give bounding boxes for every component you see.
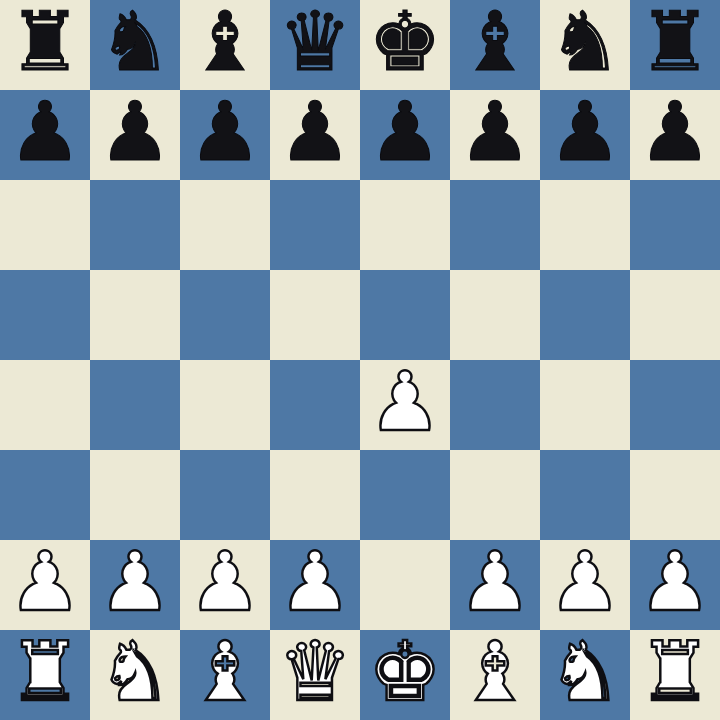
square-d2[interactable]: ♟ xyxy=(270,540,360,630)
square-c2[interactable]: ♟ xyxy=(180,540,270,630)
square-f8[interactable]: ♝ xyxy=(450,0,540,90)
square-f3[interactable] xyxy=(450,450,540,540)
square-d6[interactable] xyxy=(270,180,360,270)
white-bishop[interactable]: ♝ xyxy=(458,627,532,717)
square-b6[interactable] xyxy=(90,180,180,270)
white-bishop[interactable]: ♝ xyxy=(188,627,262,717)
black-pawn[interactable]: ♟ xyxy=(8,87,82,177)
black-pawn[interactable]: ♟ xyxy=(458,87,532,177)
square-b1[interactable]: ♞ xyxy=(90,630,180,720)
square-b5[interactable] xyxy=(90,270,180,360)
square-h6[interactable] xyxy=(630,180,720,270)
square-e7[interactable]: ♟ xyxy=(360,90,450,180)
square-e5[interactable] xyxy=(360,270,450,360)
square-f5[interactable] xyxy=(450,270,540,360)
black-pawn[interactable]: ♟ xyxy=(638,87,712,177)
black-pawn[interactable]: ♟ xyxy=(98,87,172,177)
chess-board: ♜♞♝♛♚♝♞♜♟♟♟♟♟♟♟♟♟♟♟♟♟♟♟♟♜♞♝♛♚♝♞♜ xyxy=(0,0,720,720)
white-queen[interactable]: ♛ xyxy=(278,627,352,717)
square-d3[interactable] xyxy=(270,450,360,540)
black-bishop[interactable]: ♝ xyxy=(458,0,532,87)
square-g1[interactable]: ♞ xyxy=(540,630,630,720)
square-f7[interactable]: ♟ xyxy=(450,90,540,180)
square-e2[interactable] xyxy=(360,540,450,630)
black-rook[interactable]: ♜ xyxy=(8,0,82,87)
square-c8[interactable]: ♝ xyxy=(180,0,270,90)
square-g5[interactable] xyxy=(540,270,630,360)
square-g3[interactable] xyxy=(540,450,630,540)
square-a3[interactable] xyxy=(0,450,90,540)
square-g4[interactable] xyxy=(540,360,630,450)
square-a7[interactable]: ♟ xyxy=(0,90,90,180)
white-pawn[interactable]: ♟ xyxy=(368,357,442,447)
square-c4[interactable] xyxy=(180,360,270,450)
square-c3[interactable] xyxy=(180,450,270,540)
square-e3[interactable] xyxy=(360,450,450,540)
square-h8[interactable]: ♜ xyxy=(630,0,720,90)
square-f1[interactable]: ♝ xyxy=(450,630,540,720)
square-b3[interactable] xyxy=(90,450,180,540)
square-a6[interactable] xyxy=(0,180,90,270)
square-f4[interactable] xyxy=(450,360,540,450)
white-pawn[interactable]: ♟ xyxy=(548,537,622,627)
white-rook[interactable]: ♜ xyxy=(638,627,712,717)
square-d4[interactable] xyxy=(270,360,360,450)
black-pawn[interactable]: ♟ xyxy=(278,87,352,177)
square-a1[interactable]: ♜ xyxy=(0,630,90,720)
square-f2[interactable]: ♟ xyxy=(450,540,540,630)
white-pawn[interactable]: ♟ xyxy=(188,537,262,627)
black-rook[interactable]: ♜ xyxy=(638,0,712,87)
square-h1[interactable]: ♜ xyxy=(630,630,720,720)
square-a5[interactable] xyxy=(0,270,90,360)
square-c6[interactable] xyxy=(180,180,270,270)
white-rook[interactable]: ♜ xyxy=(8,627,82,717)
white-king[interactable]: ♚ xyxy=(368,627,442,717)
square-e8[interactable]: ♚ xyxy=(360,0,450,90)
square-c7[interactable]: ♟ xyxy=(180,90,270,180)
white-pawn[interactable]: ♟ xyxy=(638,537,712,627)
square-d1[interactable]: ♛ xyxy=(270,630,360,720)
square-c1[interactable]: ♝ xyxy=(180,630,270,720)
square-h5[interactable] xyxy=(630,270,720,360)
square-h7[interactable]: ♟ xyxy=(630,90,720,180)
square-g2[interactable]: ♟ xyxy=(540,540,630,630)
square-a8[interactable]: ♜ xyxy=(0,0,90,90)
square-g6[interactable] xyxy=(540,180,630,270)
black-bishop[interactable]: ♝ xyxy=(188,0,262,87)
square-b4[interactable] xyxy=(90,360,180,450)
white-pawn[interactable]: ♟ xyxy=(278,537,352,627)
square-d5[interactable] xyxy=(270,270,360,360)
square-b8[interactable]: ♞ xyxy=(90,0,180,90)
black-knight[interactable]: ♞ xyxy=(98,0,172,87)
black-queen[interactable]: ♛ xyxy=(278,0,352,87)
white-knight[interactable]: ♞ xyxy=(548,627,622,717)
white-pawn[interactable]: ♟ xyxy=(458,537,532,627)
square-a4[interactable] xyxy=(0,360,90,450)
square-e4[interactable]: ♟ xyxy=(360,360,450,450)
square-g8[interactable]: ♞ xyxy=(540,0,630,90)
square-e6[interactable] xyxy=(360,180,450,270)
square-d7[interactable]: ♟ xyxy=(270,90,360,180)
black-pawn[interactable]: ♟ xyxy=(368,87,442,177)
square-g7[interactable]: ♟ xyxy=(540,90,630,180)
square-d8[interactable]: ♛ xyxy=(270,0,360,90)
black-pawn[interactable]: ♟ xyxy=(548,87,622,177)
square-a2[interactable]: ♟ xyxy=(0,540,90,630)
square-e1[interactable]: ♚ xyxy=(360,630,450,720)
white-pawn[interactable]: ♟ xyxy=(8,537,82,627)
black-pawn[interactable]: ♟ xyxy=(188,87,262,177)
white-pawn[interactable]: ♟ xyxy=(98,537,172,627)
square-h2[interactable]: ♟ xyxy=(630,540,720,630)
black-king[interactable]: ♚ xyxy=(368,0,442,87)
square-b2[interactable]: ♟ xyxy=(90,540,180,630)
square-h4[interactable] xyxy=(630,360,720,450)
square-h3[interactable] xyxy=(630,450,720,540)
white-knight[interactable]: ♞ xyxy=(98,627,172,717)
board-wrap: ♜♞♝♛♚♝♞♜♟♟♟♟♟♟♟♟♟♟♟♟♟♟♟♟♜♞♝♛♚♝♞♜ xyxy=(0,0,720,720)
black-knight[interactable]: ♞ xyxy=(548,0,622,87)
square-b7[interactable]: ♟ xyxy=(90,90,180,180)
square-f6[interactable] xyxy=(450,180,540,270)
square-c5[interactable] xyxy=(180,270,270,360)
